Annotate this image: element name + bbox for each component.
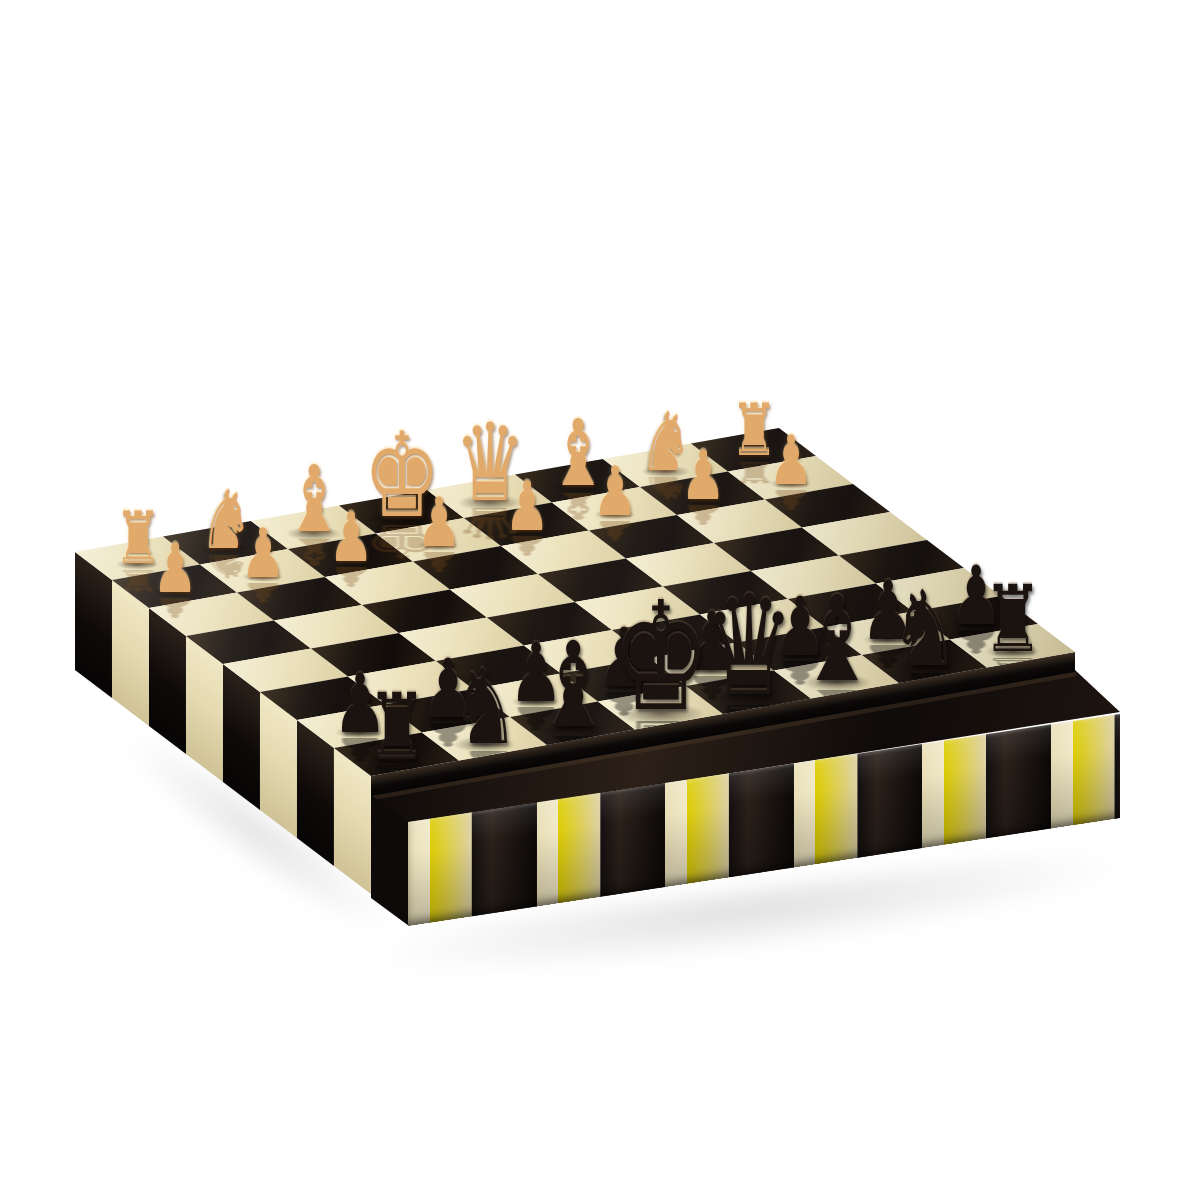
black-king: ♚ [611,582,711,733]
black-bishop: ♝ [533,627,612,745]
black-knight: ♞ [890,577,959,681]
white-pawn: ♟ [680,442,725,510]
black-queen: ♛ [703,578,795,717]
white-pawn: ♟ [504,473,549,541]
black-rook: ♜ [366,681,427,773]
white-pawn: ♟ [152,535,197,603]
white-pawn: ♟ [240,519,285,587]
black-rook: ♜ [982,573,1043,665]
white-pawn: ♟ [416,488,461,556]
pieces-layer: ♜♞♝♛♚♝♞♜♟♟♟♟♟♟♟♟♟♟♟♟♟♟♟♟♜♞♝♛♚♝♞♜ [0,0,1200,1200]
white-pawn: ♟ [592,457,637,525]
black-knight: ♞ [450,655,519,759]
black-bishop: ♝ [797,580,876,698]
chess-set-photo: ♜♞♝♛♚♝♞♜♟♟♟♟♟♟♟♟♟♟♟♟♟♟♟♟♜♞♝♛♚♝♞♜ ♜♞♝♛♚♝♞… [0,0,1200,1200]
white-pawn: ♟ [328,504,373,572]
white-pawn: ♟ [768,426,813,494]
